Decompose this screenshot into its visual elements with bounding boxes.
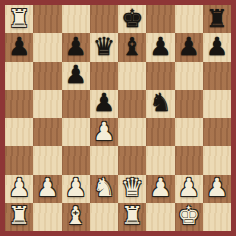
square-f1[interactable] [146, 203, 174, 231]
square-h5[interactable] [203, 90, 231, 118]
square-e6[interactable] [118, 62, 146, 90]
square-a6[interactable] [5, 62, 33, 90]
piece-black-pawn: ♟ [93, 90, 115, 115]
square-c6[interactable]: ♟ [62, 62, 90, 90]
square-g4[interactable] [175, 118, 203, 146]
square-c7[interactable]: ♟ [62, 33, 90, 61]
piece-white-pawn: ♟ [64, 175, 86, 200]
piece-black-bishop: ♝ [121, 34, 143, 59]
piece-white-rook: ♜ [8, 203, 30, 228]
square-h3[interactable] [203, 146, 231, 174]
square-c8[interactable] [62, 5, 90, 33]
square-b3[interactable] [33, 146, 61, 174]
square-e1[interactable]: ♜ [118, 203, 146, 231]
square-b5[interactable] [33, 90, 61, 118]
piece-black-pawn: ♟ [206, 34, 228, 59]
square-g2[interactable]: ♟ [175, 175, 203, 203]
square-a2[interactable]: ♟ [5, 175, 33, 203]
square-e7[interactable]: ♝ [118, 33, 146, 61]
square-d1[interactable] [90, 203, 118, 231]
piece-white-pawn: ♟ [8, 175, 30, 200]
square-h2[interactable]: ♟ [203, 175, 231, 203]
square-d8[interactable] [90, 5, 118, 33]
chess-board: ♜♚♜♟♟♛♝♟♟♟♟♟♞♟♟♟♟♞♛♟♟♟♜♝♜♚ [5, 5, 231, 231]
square-g6[interactable] [175, 62, 203, 90]
square-h4[interactable] [203, 118, 231, 146]
square-b1[interactable] [33, 203, 61, 231]
square-g8[interactable] [175, 5, 203, 33]
square-a7[interactable]: ♟ [5, 33, 33, 61]
piece-black-pawn: ♟ [64, 34, 86, 59]
square-f3[interactable] [146, 146, 174, 174]
piece-black-pawn: ♟ [177, 34, 199, 59]
square-h8[interactable]: ♜ [203, 5, 231, 33]
square-f4[interactable] [146, 118, 174, 146]
square-b7[interactable] [33, 33, 61, 61]
square-b8[interactable] [33, 5, 61, 33]
square-e5[interactable] [118, 90, 146, 118]
square-g5[interactable] [175, 90, 203, 118]
square-a5[interactable] [5, 90, 33, 118]
square-f7[interactable]: ♟ [146, 33, 174, 61]
piece-white-king: ♚ [177, 203, 199, 228]
square-d2[interactable]: ♞ [90, 175, 118, 203]
piece-white-queen: ♛ [121, 175, 143, 200]
chess-board-frame: ♜♚♜♟♟♛♝♟♟♟♟♟♞♟♟♟♟♞♛♟♟♟♜♝♜♚ [0, 0, 236, 236]
piece-black-pawn: ♟ [8, 34, 30, 59]
square-f8[interactable] [146, 5, 174, 33]
square-d6[interactable] [90, 62, 118, 90]
square-h6[interactable] [203, 62, 231, 90]
square-c3[interactable] [62, 146, 90, 174]
piece-black-rook: ♜ [206, 6, 228, 31]
piece-black-knight: ♞ [149, 90, 171, 115]
square-g1[interactable]: ♚ [175, 203, 203, 231]
square-e2[interactable]: ♛ [118, 175, 146, 203]
square-f6[interactable] [146, 62, 174, 90]
square-a3[interactable] [5, 146, 33, 174]
piece-white-pawn: ♟ [36, 175, 58, 200]
square-c2[interactable]: ♟ [62, 175, 90, 203]
square-a1[interactable]: ♜ [5, 203, 33, 231]
piece-white-knight: ♞ [93, 175, 115, 200]
piece-black-queen: ♛ [93, 34, 115, 59]
square-c1[interactable]: ♝ [62, 203, 90, 231]
square-b2[interactable]: ♟ [33, 175, 61, 203]
square-h7[interactable]: ♟ [203, 33, 231, 61]
square-c4[interactable] [62, 118, 90, 146]
square-f2[interactable]: ♟ [146, 175, 174, 203]
square-d5[interactable]: ♟ [90, 90, 118, 118]
piece-white-pawn: ♟ [93, 119, 115, 144]
square-f5[interactable]: ♞ [146, 90, 174, 118]
square-b4[interactable] [33, 118, 61, 146]
square-e4[interactable] [118, 118, 146, 146]
piece-black-pawn: ♟ [149, 34, 171, 59]
square-e8[interactable]: ♚ [118, 5, 146, 33]
piece-white-pawn: ♟ [206, 175, 228, 200]
piece-white-bishop: ♝ [64, 203, 86, 228]
square-b6[interactable] [33, 62, 61, 90]
square-g7[interactable]: ♟ [175, 33, 203, 61]
piece-white-pawn: ♟ [177, 175, 199, 200]
square-c5[interactable] [62, 90, 90, 118]
square-g3[interactable] [175, 146, 203, 174]
piece-black-pawn: ♟ [64, 62, 86, 87]
piece-black-king: ♚ [121, 6, 143, 31]
piece-white-rook: ♜ [8, 6, 30, 31]
piece-white-rook: ♜ [121, 203, 143, 228]
square-d7[interactable]: ♛ [90, 33, 118, 61]
square-d4[interactable]: ♟ [90, 118, 118, 146]
square-d3[interactable] [90, 146, 118, 174]
square-a8[interactable]: ♜ [5, 5, 33, 33]
square-e3[interactable] [118, 146, 146, 174]
piece-white-pawn: ♟ [149, 175, 171, 200]
square-h1[interactable] [203, 203, 231, 231]
square-a4[interactable] [5, 118, 33, 146]
